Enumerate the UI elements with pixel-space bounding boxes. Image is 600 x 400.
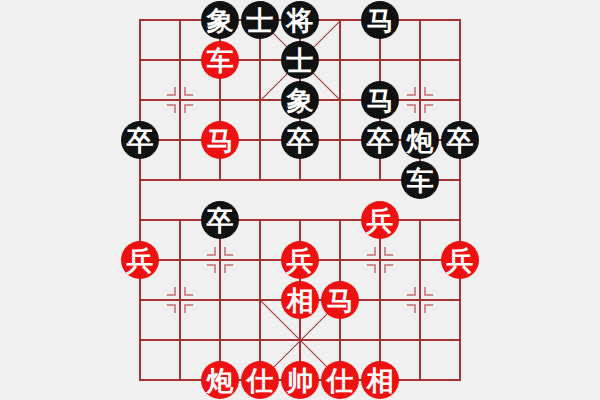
point-marker-corner (207, 264, 216, 273)
piece-black-pawn[interactable]: 卒 (441, 121, 479, 159)
point-marker-corner (184, 87, 193, 96)
point-marker (407, 287, 433, 313)
piece-red-pawn[interactable]: 兵 (441, 241, 479, 279)
piece-black-pawn[interactable]: 卒 (361, 121, 399, 159)
point-marker-corner (367, 264, 376, 273)
point-marker-corner (384, 264, 393, 273)
point-marker-corner (407, 287, 416, 296)
point-marker-corner (424, 304, 433, 313)
piece-black-advisor[interactable]: 士 (281, 41, 319, 79)
point-marker-corner (384, 247, 393, 256)
grid-line-vertical (219, 220, 221, 380)
piece-black-elephant[interactable]: 象 (281, 81, 319, 119)
point-marker-corner (167, 304, 176, 313)
piece-black-pawn[interactable]: 卒 (201, 201, 239, 239)
piece-red-cannon[interactable]: 炮 (201, 361, 239, 399)
point-marker-corner (407, 104, 416, 113)
point-marker (207, 247, 233, 273)
point-marker-corner (184, 304, 193, 313)
point-marker-corner (224, 247, 233, 256)
piece-red-horse[interactable]: 马 (321, 281, 359, 319)
xiangqi-screen: 象士将马车士象马卒马卒卒炮卒车卒兵兵兵兵相马炮仕帅仕相 (0, 0, 600, 400)
point-marker (167, 87, 193, 113)
piece-black-pawn[interactable]: 卒 (281, 121, 319, 159)
point-marker-corner (424, 87, 433, 96)
piece-black-cannon[interactable]: 炮 (401, 121, 439, 159)
point-marker-corner (167, 104, 176, 113)
piece-black-elephant[interactable]: 象 (201, 1, 239, 39)
piece-red-pawn[interactable]: 兵 (361, 201, 399, 239)
piece-black-horse[interactable]: 马 (361, 1, 399, 39)
point-marker-corner (167, 87, 176, 96)
piece-red-horse[interactable]: 马 (201, 121, 239, 159)
piece-black-chariot[interactable]: 车 (401, 161, 439, 199)
piece-red-chariot[interactable]: 车 (201, 41, 239, 79)
piece-red-elephant[interactable]: 相 (361, 361, 399, 399)
point-marker-corner (407, 87, 416, 96)
point-marker-corner (184, 287, 193, 296)
piece-red-advisor[interactable]: 仕 (321, 361, 359, 399)
point-marker-corner (167, 287, 176, 296)
point-marker (367, 247, 393, 273)
piece-black-general[interactable]: 将 (281, 1, 319, 39)
piece-red-pawn[interactable]: 兵 (281, 241, 319, 279)
piece-red-advisor[interactable]: 仕 (241, 361, 279, 399)
piece-red-elephant[interactable]: 相 (281, 281, 319, 319)
point-marker-corner (367, 247, 376, 256)
point-marker-corner (224, 264, 233, 273)
point-marker-corner (424, 287, 433, 296)
point-marker (167, 287, 193, 313)
point-marker (407, 87, 433, 113)
point-marker-corner (184, 104, 193, 113)
point-marker-corner (407, 304, 416, 313)
xiangqi-board: 象士将马车士象马卒马卒卒炮卒车卒兵兵兵兵相马炮仕帅仕相 (140, 20, 460, 380)
point-marker-corner (207, 247, 216, 256)
piece-red-pawn[interactable]: 兵 (121, 241, 159, 279)
piece-black-horse[interactable]: 马 (361, 81, 399, 119)
piece-red-general[interactable]: 帅 (281, 361, 319, 399)
piece-black-advisor[interactable]: 士 (241, 1, 279, 39)
point-marker-corner (424, 104, 433, 113)
piece-black-pawn[interactable]: 卒 (121, 121, 159, 159)
grid-line-vertical (379, 220, 381, 380)
